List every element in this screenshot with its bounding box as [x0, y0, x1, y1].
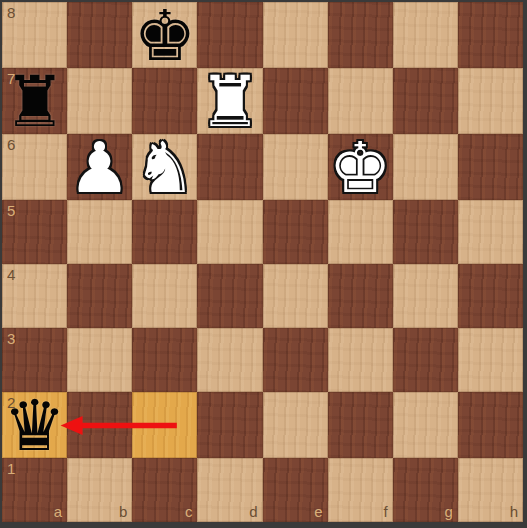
square-h3[interactable] [458, 328, 523, 392]
rank-label-7: 7 [7, 71, 15, 86]
square-h7[interactable] [458, 68, 523, 134]
square-c6[interactable]: ♞ [132, 134, 197, 200]
square-d8[interactable] [197, 2, 262, 68]
square-h4[interactable] [458, 264, 523, 328]
piece-white-rook[interactable]: ♜ [199, 68, 262, 134]
piece-white-king[interactable]: ♚ [329, 134, 392, 200]
square-d2[interactable] [197, 392, 262, 458]
square-g8[interactable] [393, 2, 458, 68]
square-c4[interactable] [132, 264, 197, 328]
square-g7[interactable] [393, 68, 458, 134]
square-b5[interactable] [67, 200, 132, 264]
square-e2[interactable] [263, 392, 328, 458]
chess-board: 8♚7♜♜6♟♞♚5432♛1abcdefgh [2, 2, 523, 522]
square-c8[interactable]: ♚ [132, 2, 197, 68]
square-c2[interactable] [132, 392, 197, 458]
square-h1[interactable]: h [458, 458, 523, 522]
square-b4[interactable] [67, 264, 132, 328]
square-f5[interactable] [328, 200, 393, 264]
square-e5[interactable] [263, 200, 328, 264]
square-a6[interactable]: 6 [2, 134, 67, 200]
rank-label-3: 3 [7, 331, 15, 346]
square-b6[interactable]: ♟ [67, 134, 132, 200]
rank-label-1: 1 [7, 461, 15, 476]
square-h8[interactable] [458, 2, 523, 68]
square-f4[interactable] [328, 264, 393, 328]
square-a7[interactable]: 7♜ [2, 68, 67, 134]
square-e1[interactable]: e [263, 458, 328, 522]
square-h6[interactable] [458, 134, 523, 200]
square-b8[interactable] [67, 2, 132, 68]
square-b3[interactable] [67, 328, 132, 392]
square-e3[interactable] [263, 328, 328, 392]
square-c5[interactable] [132, 200, 197, 264]
square-e7[interactable] [263, 68, 328, 134]
square-b2[interactable] [67, 392, 132, 458]
file-label-g: g [445, 504, 453, 519]
file-label-c: c [185, 504, 193, 519]
square-a8[interactable]: 8 [2, 2, 67, 68]
square-a3[interactable]: 3 [2, 328, 67, 392]
rank-label-4: 4 [7, 267, 15, 282]
square-h5[interactable] [458, 200, 523, 264]
square-g3[interactable] [393, 328, 458, 392]
file-label-h: h [510, 504, 518, 519]
square-h2[interactable] [458, 392, 523, 458]
piece-white-pawn[interactable]: ♟ [68, 134, 131, 200]
rank-label-6: 6 [7, 137, 15, 152]
square-c7[interactable] [132, 68, 197, 134]
file-label-b: b [119, 504, 127, 519]
rank-label-8: 8 [7, 5, 15, 20]
square-f6[interactable]: ♚ [328, 134, 393, 200]
square-g4[interactable] [393, 264, 458, 328]
square-g5[interactable] [393, 200, 458, 264]
square-c1[interactable]: c [132, 458, 197, 522]
piece-white-knight[interactable]: ♞ [133, 134, 196, 200]
square-f3[interactable] [328, 328, 393, 392]
square-f7[interactable] [328, 68, 393, 134]
square-c3[interactable] [132, 328, 197, 392]
square-b7[interactable] [67, 68, 132, 134]
square-d1[interactable]: d [197, 458, 262, 522]
square-d7[interactable]: ♜ [197, 68, 262, 134]
square-f2[interactable] [328, 392, 393, 458]
square-d4[interactable] [197, 264, 262, 328]
square-g2[interactable] [393, 392, 458, 458]
square-a1[interactable]: 1a [2, 458, 67, 522]
square-d5[interactable] [197, 200, 262, 264]
rank-label-5: 5 [7, 203, 15, 218]
file-label-d: d [249, 504, 257, 519]
square-f1[interactable]: f [328, 458, 393, 522]
rank-label-2: 2 [7, 395, 15, 410]
chess-board-frame: 8♚7♜♜6♟♞♚5432♛1abcdefgh [0, 0, 527, 528]
file-label-f: f [384, 504, 388, 519]
square-f8[interactable] [328, 2, 393, 68]
file-label-e: e [314, 504, 322, 519]
square-a4[interactable]: 4 [2, 264, 67, 328]
square-a5[interactable]: 5 [2, 200, 67, 264]
piece-black-king[interactable]: ♚ [133, 2, 196, 68]
square-b1[interactable]: b [67, 458, 132, 522]
square-d6[interactable] [197, 134, 262, 200]
square-g1[interactable]: g [393, 458, 458, 522]
square-e6[interactable] [263, 134, 328, 200]
file-label-a: a [54, 504, 62, 519]
square-e4[interactable] [263, 264, 328, 328]
square-g6[interactable] [393, 134, 458, 200]
square-e8[interactable] [263, 2, 328, 68]
square-d3[interactable] [197, 328, 262, 392]
square-a2[interactable]: 2♛ [2, 392, 67, 458]
